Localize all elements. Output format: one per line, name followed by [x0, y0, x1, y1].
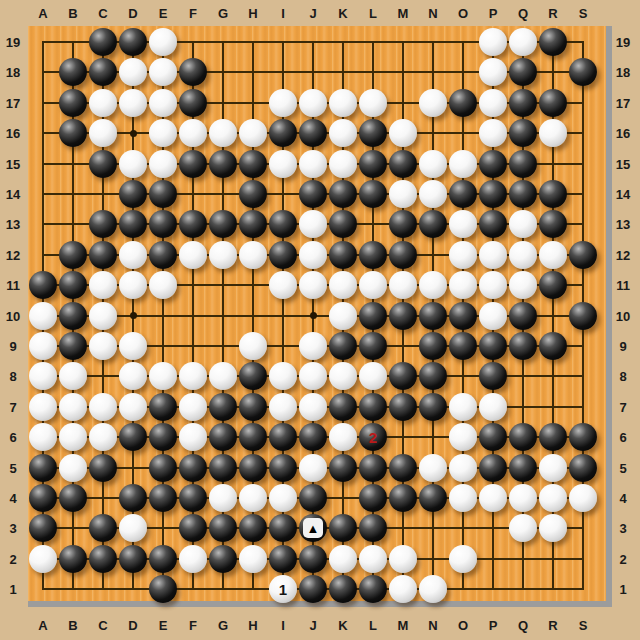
white-stone-O2[interactable] — [449, 545, 477, 573]
white-stone-Q12[interactable] — [509, 241, 537, 269]
black-stone-D2[interactable] — [119, 545, 147, 573]
white-stone-J15[interactable] — [299, 150, 327, 178]
white-stone-M2[interactable] — [389, 545, 417, 573]
white-stone-I4[interactable] — [269, 484, 297, 512]
black-stone-M13[interactable] — [389, 210, 417, 238]
white-stone-I8[interactable] — [269, 362, 297, 390]
column-label-bottom: N — [428, 618, 437, 633]
black-stone-E4[interactable] — [149, 484, 177, 512]
black-stone-B4[interactable] — [59, 484, 87, 512]
white-stone-D12[interactable] — [119, 241, 147, 269]
white-stone-O7[interactable] — [449, 393, 477, 421]
black-stone-C12[interactable] — [89, 241, 117, 269]
white-stone-O12[interactable] — [449, 241, 477, 269]
black-stone-K14[interactable] — [329, 180, 357, 208]
black-stone-M8[interactable] — [389, 362, 417, 390]
row-label-right: 8 — [619, 369, 626, 384]
white-stone-B6[interactable] — [59, 423, 87, 451]
black-stone-M4[interactable] — [389, 484, 417, 512]
black-stone-R9[interactable] — [539, 332, 567, 360]
black-stone-H14[interactable] — [239, 180, 267, 208]
white-stone-H4[interactable] — [239, 484, 267, 512]
row-label-left: 4 — [9, 491, 16, 506]
white-stone-D9[interactable] — [119, 332, 147, 360]
white-stone-C6[interactable] — [89, 423, 117, 451]
white-stone-D7[interactable] — [119, 393, 147, 421]
white-stone-M14[interactable] — [389, 180, 417, 208]
black-stone-C19[interactable] — [89, 28, 117, 56]
black-stone-E7[interactable] — [149, 393, 177, 421]
white-stone-J12[interactable] — [299, 241, 327, 269]
white-stone-R5[interactable] — [539, 454, 567, 482]
white-stone-O5[interactable] — [449, 454, 477, 482]
white-stone-J8[interactable] — [299, 362, 327, 390]
black-stone-H7[interactable] — [239, 393, 267, 421]
white-stone-M16[interactable] — [389, 119, 417, 147]
black-stone-C5[interactable] — [89, 454, 117, 482]
black-stone-N8[interactable] — [419, 362, 447, 390]
row-label-right: 9 — [619, 339, 626, 354]
black-stone-S6[interactable] — [569, 423, 597, 451]
black-stone-L4[interactable] — [359, 484, 387, 512]
white-stone-I11[interactable] — [269, 271, 297, 299]
white-stone-D17[interactable] — [119, 89, 147, 117]
white-stone-N17[interactable] — [419, 89, 447, 117]
white-stone-J13[interactable] — [299, 210, 327, 238]
black-stone-O14[interactable] — [449, 180, 477, 208]
black-stone-P14[interactable] — [479, 180, 507, 208]
white-stone-K2[interactable] — [329, 545, 357, 573]
row-label-left: 13 — [6, 217, 20, 232]
black-stone-B12[interactable] — [59, 241, 87, 269]
white-stone-N11[interactable] — [419, 271, 447, 299]
black-stone-D13[interactable] — [119, 210, 147, 238]
white-stone-A10[interactable] — [29, 302, 57, 330]
white-stone-K8[interactable] — [329, 362, 357, 390]
black-stone-L10[interactable] — [359, 302, 387, 330]
black-stone-H6[interactable] — [239, 423, 267, 451]
black-stone-L16[interactable] — [359, 119, 387, 147]
row-label-left: 16 — [6, 126, 20, 141]
white-stone-D18[interactable] — [119, 58, 147, 86]
white-stone-A8[interactable] — [29, 362, 57, 390]
black-stone-N10[interactable] — [419, 302, 447, 330]
black-stone-F17[interactable] — [179, 89, 207, 117]
black-stone-J16[interactable] — [299, 119, 327, 147]
black-stone-M10[interactable] — [389, 302, 417, 330]
black-stone-G15[interactable] — [209, 150, 237, 178]
row-label-right: 17 — [616, 95, 630, 110]
black-stone-S12[interactable] — [569, 241, 597, 269]
black-stone-D19[interactable] — [119, 28, 147, 56]
black-stone-A3[interactable] — [29, 514, 57, 542]
white-stone-D3[interactable] — [119, 514, 147, 542]
black-stone-J6[interactable] — [299, 423, 327, 451]
white-stone-L17[interactable] — [359, 89, 387, 117]
white-stone-G12[interactable] — [209, 241, 237, 269]
white-stone-H12[interactable] — [239, 241, 267, 269]
white-stone-O15[interactable] — [449, 150, 477, 178]
white-stone-E19[interactable] — [149, 28, 177, 56]
black-stone-Q5[interactable] — [509, 454, 537, 482]
column-label-top: H — [248, 6, 257, 21]
white-stone-B8[interactable] — [59, 362, 87, 390]
black-stone-K3[interactable] — [329, 514, 357, 542]
black-stone-E1[interactable] — [149, 575, 177, 603]
row-label-left: 10 — [6, 308, 20, 323]
black-stone-L15[interactable] — [359, 150, 387, 178]
column-label-bottom: P — [489, 618, 498, 633]
black-stone-Q14[interactable] — [509, 180, 537, 208]
black-stone-I13[interactable] — [269, 210, 297, 238]
black-stone-L6[interactable]: 2 — [359, 423, 387, 451]
black-stone-H15[interactable] — [239, 150, 267, 178]
black-stone-G3[interactable] — [209, 514, 237, 542]
black-stone-I2[interactable] — [269, 545, 297, 573]
black-stone-N9[interactable] — [419, 332, 447, 360]
column-label-top: R — [548, 6, 557, 21]
row-label-right: 7 — [619, 399, 626, 414]
black-stone-Q6[interactable] — [509, 423, 537, 451]
black-stone-M15[interactable] — [389, 150, 417, 178]
black-stone-K9[interactable] — [329, 332, 357, 360]
black-stone-I16[interactable] — [269, 119, 297, 147]
column-label-bottom: S — [579, 618, 588, 633]
black-stone-B9[interactable] — [59, 332, 87, 360]
black-stone-I6[interactable] — [269, 423, 297, 451]
black-stone-P13[interactable] — [479, 210, 507, 238]
white-stone-K17[interactable] — [329, 89, 357, 117]
black-stone-Q16[interactable] — [509, 119, 537, 147]
white-stone-H16[interactable] — [239, 119, 267, 147]
black-stone-L12[interactable] — [359, 241, 387, 269]
white-stone-F16[interactable] — [179, 119, 207, 147]
black-stone-S18[interactable] — [569, 58, 597, 86]
black-stone-R17[interactable] — [539, 89, 567, 117]
black-stone-C13[interactable] — [89, 210, 117, 238]
column-label-top: L — [369, 6, 377, 21]
black-stone-B11[interactable] — [59, 271, 87, 299]
white-stone-I15[interactable] — [269, 150, 297, 178]
black-stone-M5[interactable] — [389, 454, 417, 482]
black-stone-L5[interactable] — [359, 454, 387, 482]
black-stone-R13[interactable] — [539, 210, 567, 238]
black-stone-L1[interactable] — [359, 575, 387, 603]
black-stone-H3[interactable] — [239, 514, 267, 542]
black-stone-E5[interactable] — [149, 454, 177, 482]
white-stone-K16[interactable] — [329, 119, 357, 147]
black-stone-H8[interactable] — [239, 362, 267, 390]
black-stone-P6[interactable] — [479, 423, 507, 451]
row-label-left: 8 — [9, 369, 16, 384]
white-stone-C16[interactable] — [89, 119, 117, 147]
black-stone-K13[interactable] — [329, 210, 357, 238]
black-stone-A4[interactable] — [29, 484, 57, 512]
star-point — [130, 312, 137, 319]
black-stone-M12[interactable] — [389, 241, 417, 269]
column-label-bottom: B — [68, 618, 77, 633]
black-stone-P15[interactable] — [479, 150, 507, 178]
black-stone-N7[interactable] — [419, 393, 447, 421]
black-stone-J3[interactable]: ▲ — [299, 514, 327, 542]
black-stone-R14[interactable] — [539, 180, 567, 208]
black-stone-S10[interactable] — [569, 302, 597, 330]
white-stone-O11[interactable] — [449, 271, 477, 299]
row-label-right: 12 — [616, 247, 630, 262]
black-stone-R11[interactable] — [539, 271, 567, 299]
black-stone-D4[interactable] — [119, 484, 147, 512]
row-label-left: 2 — [9, 551, 16, 566]
column-label-top: B — [68, 6, 77, 21]
white-stone-G4[interactable] — [209, 484, 237, 512]
row-label-left: 3 — [9, 521, 16, 536]
black-stone-L14[interactable] — [359, 180, 387, 208]
black-stone-F13[interactable] — [179, 210, 207, 238]
black-stone-K5[interactable] — [329, 454, 357, 482]
black-stone-L7[interactable] — [359, 393, 387, 421]
white-stone-I7[interactable] — [269, 393, 297, 421]
column-label-bottom: J — [309, 618, 316, 633]
white-stone-P16[interactable] — [479, 119, 507, 147]
white-stone-L2[interactable] — [359, 545, 387, 573]
black-stone-M7[interactable] — [389, 393, 417, 421]
row-label-right: 2 — [619, 551, 626, 566]
white-stone-R4[interactable] — [539, 484, 567, 512]
white-stone-L8[interactable] — [359, 362, 387, 390]
black-stone-K12[interactable] — [329, 241, 357, 269]
black-stone-P9[interactable] — [479, 332, 507, 360]
black-stone-P5[interactable] — [479, 454, 507, 482]
row-label-right: 15 — [616, 156, 630, 171]
black-stone-O9[interactable] — [449, 332, 477, 360]
white-stone-O4[interactable] — [449, 484, 477, 512]
black-stone-E2[interactable] — [149, 545, 177, 573]
white-stone-Q11[interactable] — [509, 271, 537, 299]
white-stone-P11[interactable] — [479, 271, 507, 299]
white-stone-C17[interactable] — [89, 89, 117, 117]
white-stone-M11[interactable] — [389, 271, 417, 299]
black-stone-F15[interactable] — [179, 150, 207, 178]
black-stone-H5[interactable] — [239, 454, 267, 482]
black-stone-F4[interactable] — [179, 484, 207, 512]
white-stone-L11[interactable] — [359, 271, 387, 299]
white-stone-N1[interactable] — [419, 575, 447, 603]
column-label-bottom: C — [98, 618, 107, 633]
black-stone-B16[interactable] — [59, 119, 87, 147]
white-stone-J7[interactable] — [299, 393, 327, 421]
white-stone-B7[interactable] — [59, 393, 87, 421]
white-stone-J5[interactable] — [299, 454, 327, 482]
black-stone-O17[interactable] — [449, 89, 477, 117]
white-stone-E16[interactable] — [149, 119, 177, 147]
black-stone-N13[interactable] — [419, 210, 447, 238]
white-stone-Q13[interactable] — [509, 210, 537, 238]
white-stone-J11[interactable] — [299, 271, 327, 299]
black-stone-D6[interactable] — [119, 423, 147, 451]
black-stone-E14[interactable] — [149, 180, 177, 208]
white-stone-Q4[interactable] — [509, 484, 537, 512]
black-stone-F3[interactable] — [179, 514, 207, 542]
row-label-right: 10 — [616, 308, 630, 323]
black-stone-C2[interactable] — [89, 545, 117, 573]
white-stone-M1[interactable] — [389, 575, 417, 603]
row-label-left: 9 — [9, 339, 16, 354]
white-stone-E8[interactable] — [149, 362, 177, 390]
column-label-bottom: D — [128, 618, 137, 633]
move-number-label: 1 — [269, 575, 297, 603]
black-stone-E12[interactable] — [149, 241, 177, 269]
white-stone-N15[interactable] — [419, 150, 447, 178]
white-stone-N14[interactable] — [419, 180, 447, 208]
black-stone-B18[interactable] — [59, 58, 87, 86]
black-stone-I5[interactable] — [269, 454, 297, 482]
black-stone-C18[interactable] — [89, 58, 117, 86]
black-stone-F18[interactable] — [179, 58, 207, 86]
white-stone-G16[interactable] — [209, 119, 237, 147]
white-stone-H9[interactable] — [239, 332, 267, 360]
white-stone-E11[interactable] — [149, 271, 177, 299]
black-stone-D14[interactable] — [119, 180, 147, 208]
black-stone-K7[interactable] — [329, 393, 357, 421]
black-stone-O10[interactable] — [449, 302, 477, 330]
white-stone-J9[interactable] — [299, 332, 327, 360]
white-stone-P19[interactable] — [479, 28, 507, 56]
white-stone-C10[interactable] — [89, 302, 117, 330]
black-stone-E13[interactable] — [149, 210, 177, 238]
black-stone-G7[interactable] — [209, 393, 237, 421]
white-stone-A2[interactable] — [29, 545, 57, 573]
black-stone-L3[interactable] — [359, 514, 387, 542]
black-stone-J2[interactable] — [299, 545, 327, 573]
black-stone-G13[interactable] — [209, 210, 237, 238]
white-stone-O6[interactable] — [449, 423, 477, 451]
white-stone-Q3[interactable] — [509, 514, 537, 542]
black-stone-Q17[interactable] — [509, 89, 537, 117]
black-stone-Q15[interactable] — [509, 150, 537, 178]
white-stone-B5[interactable] — [59, 454, 87, 482]
white-stone-F12[interactable] — [179, 241, 207, 269]
white-stone-J17[interactable] — [299, 89, 327, 117]
black-stone-K1[interactable] — [329, 575, 357, 603]
white-stone-K15[interactable] — [329, 150, 357, 178]
column-label-bottom: G — [218, 618, 228, 633]
column-label-top: K — [338, 6, 347, 21]
white-stone-C9[interactable] — [89, 332, 117, 360]
row-label-left: 7 — [9, 399, 16, 414]
white-stone-P17[interactable] — [479, 89, 507, 117]
black-stone-E6[interactable] — [149, 423, 177, 451]
row-label-right: 13 — [616, 217, 630, 232]
white-stone-D8[interactable] — [119, 362, 147, 390]
row-label-right: 14 — [616, 187, 630, 202]
black-stone-C15[interactable] — [89, 150, 117, 178]
column-label-top: M — [398, 6, 409, 21]
black-stone-B17[interactable] — [59, 89, 87, 117]
black-stone-N4[interactable] — [419, 484, 447, 512]
black-stone-I3[interactable] — [269, 514, 297, 542]
black-stone-R19[interactable] — [539, 28, 567, 56]
black-stone-Q10[interactable] — [509, 302, 537, 330]
white-stone-S4[interactable] — [569, 484, 597, 512]
white-stone-C7[interactable] — [89, 393, 117, 421]
column-label-top: P — [489, 6, 498, 21]
row-label-right: 1 — [619, 582, 626, 597]
white-stone-E15[interactable] — [149, 150, 177, 178]
black-stone-G5[interactable] — [209, 454, 237, 482]
white-stone-F8[interactable] — [179, 362, 207, 390]
black-stone-C3[interactable] — [89, 514, 117, 542]
white-stone-F2[interactable] — [179, 545, 207, 573]
black-stone-H13[interactable] — [239, 210, 267, 238]
white-stone-P7[interactable] — [479, 393, 507, 421]
white-stone-E17[interactable] — [149, 89, 177, 117]
white-stone-K6[interactable] — [329, 423, 357, 451]
black-stone-F5[interactable] — [179, 454, 207, 482]
row-label-left: 1 — [9, 582, 16, 597]
row-label-right: 5 — [619, 460, 626, 475]
white-stone-R12[interactable] — [539, 241, 567, 269]
white-stone-P18[interactable] — [479, 58, 507, 86]
black-stone-Q9[interactable] — [509, 332, 537, 360]
black-stone-I12[interactable] — [269, 241, 297, 269]
white-stone-E18[interactable] — [149, 58, 177, 86]
white-stone-D11[interactable] — [119, 271, 147, 299]
column-label-bottom: R — [548, 618, 557, 633]
row-label-left: 18 — [6, 65, 20, 80]
black-stone-A5[interactable] — [29, 454, 57, 482]
black-stone-G2[interactable] — [209, 545, 237, 573]
white-stone-I1[interactable]: 1 — [269, 575, 297, 603]
black-stone-B10[interactable] — [59, 302, 87, 330]
white-stone-A6[interactable] — [29, 423, 57, 451]
goban-board: 2▲1 — [28, 26, 612, 607]
white-stone-R3[interactable] — [539, 514, 567, 542]
white-stone-N5[interactable] — [419, 454, 447, 482]
white-stone-Q19[interactable] — [509, 28, 537, 56]
white-stone-P12[interactable] — [479, 241, 507, 269]
white-stone-O13[interactable] — [449, 210, 477, 238]
black-stone-S5[interactable] — [569, 454, 597, 482]
white-stone-D15[interactable] — [119, 150, 147, 178]
white-stone-I17[interactable] — [269, 89, 297, 117]
column-label-top: E — [159, 6, 168, 21]
black-stone-P8[interactable] — [479, 362, 507, 390]
white-stone-A9[interactable] — [29, 332, 57, 360]
row-label-left: 5 — [9, 460, 16, 475]
black-stone-G6[interactable] — [209, 423, 237, 451]
black-stone-J4[interactable] — [299, 484, 327, 512]
white-stone-R16[interactable] — [539, 119, 567, 147]
black-stone-A11[interactable] — [29, 271, 57, 299]
black-stone-L9[interactable] — [359, 332, 387, 360]
white-stone-F6[interactable] — [179, 423, 207, 451]
white-stone-C11[interactable] — [89, 271, 117, 299]
black-stone-B2[interactable] — [59, 545, 87, 573]
black-stone-J1[interactable] — [299, 575, 327, 603]
white-stone-A7[interactable] — [29, 393, 57, 421]
white-stone-P10[interactable] — [479, 302, 507, 330]
white-stone-K10[interactable] — [329, 302, 357, 330]
black-stone-R6[interactable] — [539, 423, 567, 451]
black-stone-J14[interactable] — [299, 180, 327, 208]
white-stone-P4[interactable] — [479, 484, 507, 512]
black-stone-Q18[interactable] — [509, 58, 537, 86]
column-label-top: Q — [518, 6, 528, 21]
white-stone-G8[interactable] — [209, 362, 237, 390]
white-stone-H2[interactable] — [239, 545, 267, 573]
white-stone-F7[interactable] — [179, 393, 207, 421]
white-stone-K11[interactable] — [329, 271, 357, 299]
